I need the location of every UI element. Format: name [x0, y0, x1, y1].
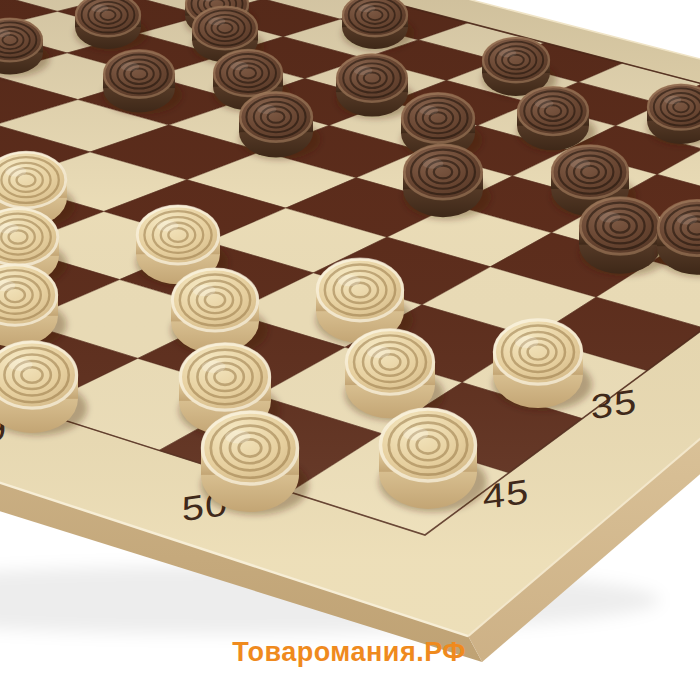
piece-sheen: [225, 430, 250, 443]
piece-sheen: [570, 159, 590, 169]
dark-checker-piece[interactable]: [647, 84, 700, 146]
watermark-text: Товаромания.РФ: [232, 637, 466, 668]
piece-sheen: [193, 285, 216, 296]
piece-sheen: [5, 166, 26, 176]
piece-sheen: [157, 221, 179, 232]
square-number-35: 35: [590, 381, 638, 426]
piece-sheen: [677, 214, 698, 224]
piece-sheen: [535, 99, 554, 108]
piece-sheen: [515, 336, 538, 348]
product-photo-checkers-board: 50453549 Товаромания.РФ: [0, 0, 700, 700]
piece-sheen: [367, 346, 390, 358]
piece-sheen: [338, 275, 361, 286]
piece-sheen: [9, 359, 33, 371]
piece-sheen: [230, 62, 248, 71]
piece-sheen: [423, 159, 444, 169]
piece-sheen: [91, 4, 108, 12]
piece-sheen: [403, 427, 428, 440]
dark-checker-piece[interactable]: [342, 0, 415, 51]
dark-checker-piece[interactable]: [75, 0, 148, 51]
piece-sheen: [121, 62, 140, 71]
piece-sheen: [202, 361, 226, 373]
piece-sheen: [354, 66, 373, 75]
piece-sheen: [599, 212, 620, 222]
piece-sheen: [358, 4, 375, 12]
piece-sheen: [257, 105, 276, 114]
piece-sheen: [208, 17, 225, 25]
piece-sheen: [419, 106, 438, 115]
square-number-45: 45: [482, 471, 530, 516]
checkers-board: 50453549: [0, 0, 700, 700]
piece-sheen: [499, 49, 517, 57]
piece-sheen: [664, 96, 682, 104]
